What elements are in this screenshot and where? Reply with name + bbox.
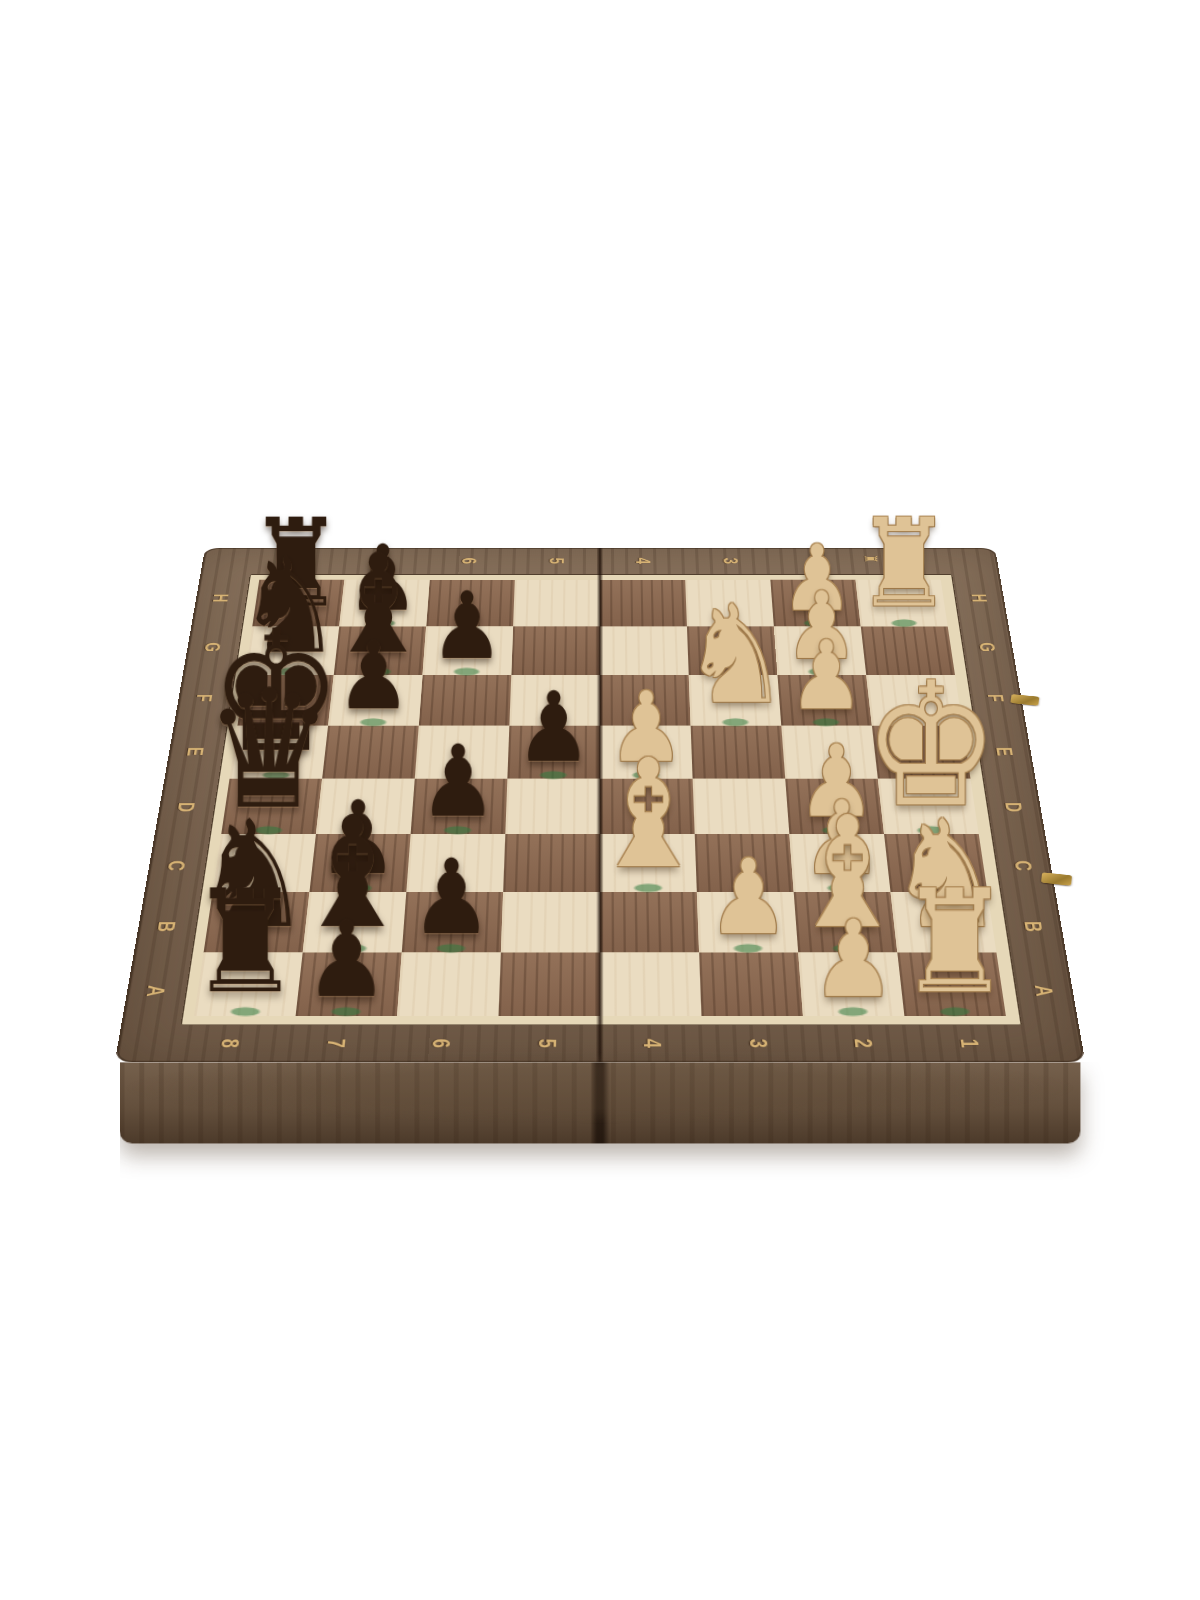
piece-white-rook-h1: ♜ (856, 502, 952, 624)
square-h8: ♜ (252, 580, 344, 627)
square-d8: ♛ (221, 779, 322, 834)
square-c6 (406, 834, 505, 892)
square-d2: ♟ (785, 779, 884, 834)
square-f2: ♟ (777, 675, 871, 726)
square-d1: ♚ (878, 779, 979, 834)
square-b4 (600, 892, 699, 953)
square-c2: ♟ (789, 834, 890, 892)
square-e7 (322, 726, 419, 779)
square-e3 (691, 726, 786, 779)
square-a6 (397, 953, 501, 1016)
square-d6: ♟ (411, 779, 508, 834)
piece-black-bishop-g7: ♝ (324, 536, 432, 673)
square-d4 (600, 779, 695, 834)
square-c5 (503, 834, 600, 892)
square-e5: ♟ (507, 726, 600, 779)
square-b3: ♟ (697, 892, 798, 953)
brand-inlay-icon: ♜ (860, 555, 881, 563)
square-f1 (866, 675, 962, 726)
square-g6: ♟ (423, 626, 514, 675)
square-b8: ♞ (204, 892, 310, 953)
square-b2: ♝ (794, 892, 898, 953)
square-h4 (600, 580, 687, 627)
square-a3 (699, 953, 803, 1016)
square-b5 (501, 892, 600, 953)
square-b1: ♞ (891, 892, 997, 953)
piece-black-rook-h8: ♜ (248, 502, 344, 624)
square-g8: ♞ (245, 626, 339, 675)
square-h5 (513, 580, 600, 627)
brass-hinge-top (1010, 694, 1039, 706)
square-h2: ♟ (770, 580, 860, 627)
square-f6 (419, 675, 512, 726)
ground-shadow (120, 1052, 1080, 1124)
square-g1 (861, 626, 955, 675)
square-c1 (884, 834, 987, 892)
square-d5 (505, 779, 600, 834)
square-e1 (872, 726, 971, 779)
square-g3 (687, 626, 778, 675)
square-h3 (685, 580, 774, 627)
square-a7: ♟ (296, 953, 402, 1016)
square-e8: ♚ (230, 726, 329, 779)
square-a2: ♟ (798, 953, 904, 1016)
square-a1: ♜ (897, 953, 1006, 1016)
brass-hinge-bottom (1041, 872, 1072, 885)
square-f8 (237, 675, 333, 726)
square-f7: ♟ (328, 675, 422, 726)
square-c8 (213, 834, 316, 892)
square-a8: ♜ (194, 953, 303, 1016)
square-a4 (600, 953, 701, 1016)
square-f5 (509, 675, 600, 726)
piece-black-pawn-h7: ♟ (347, 533, 419, 624)
square-e2 (781, 726, 878, 779)
square-a5 (499, 953, 600, 1016)
fold-seam (596, 548, 603, 1062)
chess-board: 87654321 87654321 HGFEDCBA HGFEDCBA ♜ ♜♟… (115, 548, 1086, 1062)
square-g5 (511, 626, 600, 675)
square-d3 (693, 779, 790, 834)
square-c7: ♟ (309, 834, 410, 892)
square-g4 (600, 626, 689, 675)
square-e4: ♟ (600, 726, 693, 779)
square-b7: ♝ (303, 892, 407, 953)
product-photo: 87654321 87654321 HGFEDCBA HGFEDCBA ♜ ♜♟… (0, 0, 1200, 1600)
square-e6 (415, 726, 510, 779)
square-c4: ♝ (600, 834, 697, 892)
square-h7: ♟ (339, 580, 429, 627)
square-b6: ♟ (402, 892, 503, 953)
square-c3 (695, 834, 794, 892)
square-g2: ♟ (774, 626, 866, 675)
square-f4 (600, 675, 691, 726)
square-h6 (426, 580, 515, 627)
piece-white-pawn-h2: ♟ (781, 533, 853, 624)
square-f3: ♞ (689, 675, 782, 726)
square-d7 (316, 779, 415, 834)
square-g7: ♝ (334, 626, 426, 675)
square-h1: ♜ (856, 580, 948, 627)
